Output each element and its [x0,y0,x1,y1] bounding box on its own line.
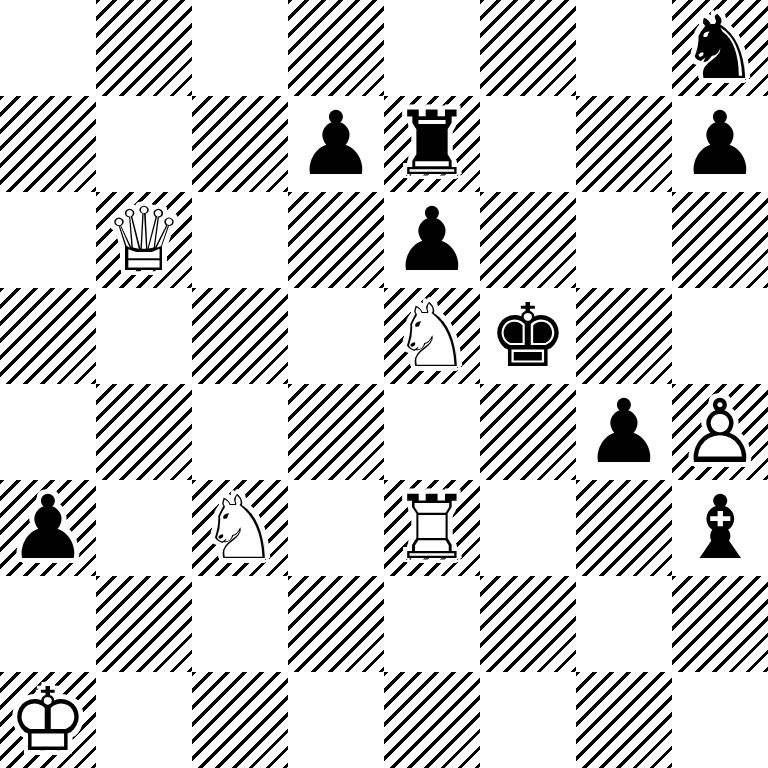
square-h1[interactable] [672,672,768,768]
black-pawn-glyph: ♟ [384,192,480,288]
square-b2[interactable] [96,576,192,672]
square-c1[interactable] [192,672,288,768]
white-queen-glyph: ♕ [96,192,192,288]
black-pawn-glyph: ♟ [288,96,384,192]
square-d6[interactable] [288,192,384,288]
square-h2[interactable] [672,576,768,672]
square-d5[interactable] [288,288,384,384]
piece-white-pawn[interactable]: ♟♙ [672,384,768,480]
square-f4[interactable] [480,384,576,480]
black-pawn-glyph: ♟ [0,480,96,576]
square-e2[interactable] [384,576,480,672]
square-g6[interactable] [576,192,672,288]
square-h8[interactable]: ♞♞ [672,0,768,96]
square-b1[interactable] [96,672,192,768]
square-h3[interactable]: ♝♝ [672,480,768,576]
black-pawn-glyph: ♟ [576,384,672,480]
square-e1[interactable] [384,672,480,768]
square-g1[interactable] [576,672,672,768]
square-e4[interactable] [384,384,480,480]
square-d2[interactable] [288,576,384,672]
square-f7[interactable] [480,96,576,192]
square-e5[interactable]: ♞♘ [384,288,480,384]
square-e8[interactable] [384,0,480,96]
black-knight-glyph: ♞ [672,0,768,96]
square-f3[interactable] [480,480,576,576]
piece-white-rook[interactable]: ♜♖ [384,480,480,576]
square-g3[interactable] [576,480,672,576]
square-f8[interactable] [480,0,576,96]
square-d8[interactable] [288,0,384,96]
square-b6[interactable]: ♛♕ [96,192,192,288]
white-knight-glyph: ♘ [192,480,288,576]
square-b3[interactable] [96,480,192,576]
white-rook-glyph: ♖ [384,480,480,576]
square-f2[interactable] [480,576,576,672]
square-g8[interactable] [576,0,672,96]
white-king-glyph: ♔ [0,672,96,768]
square-f6[interactable] [480,192,576,288]
piece-black-pawn[interactable]: ♟♟ [672,96,768,192]
chess-board: ♞♞♟♟♜♜♟♟♛♕♟♟♞♘♚♚♟♟♟♙♟♟♞♘♜♖♝♝♚♔ [0,0,768,768]
square-g5[interactable] [576,288,672,384]
square-c4[interactable] [192,384,288,480]
piece-white-queen[interactable]: ♛♕ [96,192,192,288]
square-d3[interactable] [288,480,384,576]
square-d1[interactable] [288,672,384,768]
square-h6[interactable] [672,192,768,288]
black-bishop-glyph: ♝ [672,480,768,576]
piece-white-knight[interactable]: ♞♘ [384,288,480,384]
square-a1[interactable]: ♚♔ [0,672,96,768]
square-f5[interactable]: ♚♚ [480,288,576,384]
square-d4[interactable] [288,384,384,480]
square-a8[interactable] [0,0,96,96]
square-h7[interactable]: ♟♟ [672,96,768,192]
square-b7[interactable] [96,96,192,192]
square-g4[interactable]: ♟♟ [576,384,672,480]
square-f1[interactable] [480,672,576,768]
square-c7[interactable] [192,96,288,192]
white-knight-glyph: ♘ [384,288,480,384]
square-e7[interactable]: ♜♜ [384,96,480,192]
white-pawn-glyph: ♙ [672,384,768,480]
square-c5[interactable] [192,288,288,384]
square-b8[interactable] [96,0,192,96]
square-b5[interactable] [96,288,192,384]
square-e6[interactable]: ♟♟ [384,192,480,288]
square-c3[interactable]: ♞♘ [192,480,288,576]
black-king-glyph: ♚ [480,288,576,384]
square-a4[interactable] [0,384,96,480]
square-a5[interactable] [0,288,96,384]
piece-black-pawn[interactable]: ♟♟ [0,480,96,576]
piece-white-knight[interactable]: ♞♘ [192,480,288,576]
square-g7[interactable] [576,96,672,192]
square-a7[interactable] [0,96,96,192]
piece-black-pawn[interactable]: ♟♟ [288,96,384,192]
square-e3[interactable]: ♜♖ [384,480,480,576]
piece-white-king[interactable]: ♚♔ [0,672,96,768]
square-c2[interactable] [192,576,288,672]
square-a3[interactable]: ♟♟ [0,480,96,576]
piece-black-knight[interactable]: ♞♞ [672,0,768,96]
black-pawn-glyph: ♟ [672,96,768,192]
square-d7[interactable]: ♟♟ [288,96,384,192]
square-a2[interactable] [0,576,96,672]
square-c6[interactable] [192,192,288,288]
piece-black-bishop[interactable]: ♝♝ [672,480,768,576]
square-a6[interactable] [0,192,96,288]
square-c8[interactable] [192,0,288,96]
square-h4[interactable]: ♟♙ [672,384,768,480]
piece-black-rook[interactable]: ♜♜ [384,96,480,192]
square-g2[interactable] [576,576,672,672]
square-b4[interactable] [96,384,192,480]
piece-black-king[interactable]: ♚♚ [480,288,576,384]
black-rook-glyph: ♜ [384,96,480,192]
piece-black-pawn[interactable]: ♟♟ [576,384,672,480]
square-h5[interactable] [672,288,768,384]
piece-black-pawn[interactable]: ♟♟ [384,192,480,288]
